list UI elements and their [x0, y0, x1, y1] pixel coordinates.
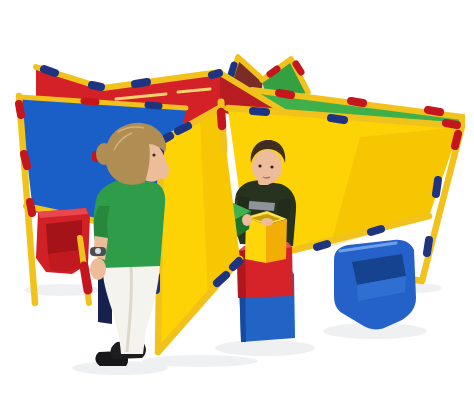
shadow-center-panel	[142, 355, 258, 367]
frame-clip	[148, 105, 159, 106]
girl-hand-at-mouth	[157, 161, 169, 179]
boy-eye	[270, 165, 273, 168]
girl-ponytail	[96, 143, 112, 165]
product-photo	[0, 0, 474, 414]
red-chair-seat	[46, 220, 82, 254]
shadow-blocks	[215, 340, 315, 356]
girl-watch-face	[95, 248, 101, 254]
center-post	[221, 102, 224, 150]
boy-left-hand	[261, 218, 273, 226]
frame-clip	[84, 266, 88, 290]
boy-right-hand	[242, 214, 252, 226]
girl-eye	[152, 153, 155, 156]
girl-hand	[90, 258, 106, 280]
frame-clip	[221, 112, 222, 126]
boy-face	[252, 150, 282, 184]
scene-illustration	[0, 0, 474, 414]
frame-clip	[84, 101, 96, 102]
boy-eye	[258, 164, 261, 167]
